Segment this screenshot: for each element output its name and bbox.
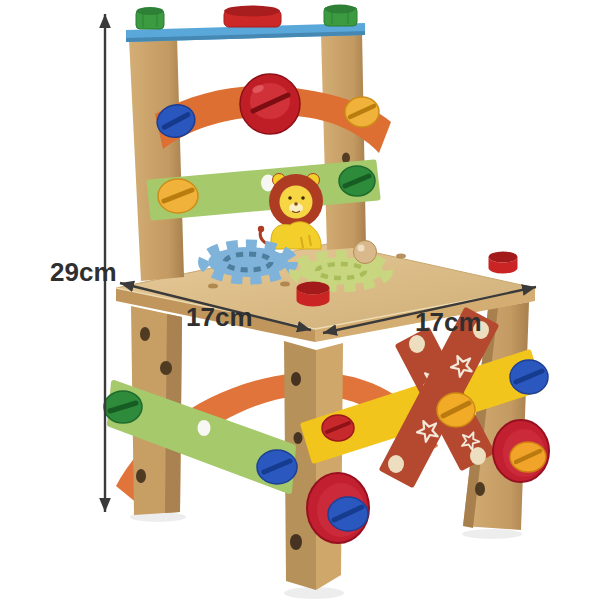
shadow	[462, 529, 522, 539]
blue-bolt	[257, 450, 297, 484]
red-knob-right	[489, 252, 518, 274]
seat-left-dimension-label: 17cm	[186, 302, 253, 332]
green-bolt	[104, 391, 142, 423]
plank-hole	[198, 420, 211, 436]
blue-gear	[203, 245, 293, 280]
wooden-ball	[354, 241, 377, 264]
product-photo: 29cm 17cm 17cm	[0, 0, 600, 600]
right-post	[321, 31, 366, 250]
product-photo-stage: 29cm 17cm 17cm	[0, 0, 600, 600]
yellow-bolt	[437, 393, 475, 427]
height-dimension-label: 29cm	[50, 257, 117, 287]
green-nut	[136, 7, 164, 29]
green-bolt	[339, 166, 375, 196]
red-bolt	[322, 415, 354, 441]
blue-bolt	[510, 360, 548, 394]
chair-backrest	[126, 5, 391, 282]
big-red-screw	[240, 74, 300, 134]
seat-right-dimension-label: 17cm	[415, 307, 482, 337]
yellow-bolt	[158, 179, 198, 213]
red-wheel-front	[307, 473, 369, 543]
red-wheel-right	[493, 420, 549, 482]
seat-hole	[208, 284, 218, 289]
yellow-bolt	[345, 97, 379, 127]
red-knob-top	[224, 6, 281, 28]
seat-hole	[280, 282, 290, 287]
green-nut	[324, 5, 357, 27]
seat-hole	[396, 254, 406, 259]
red-knob-front	[297, 282, 330, 307]
left-post	[129, 36, 184, 281]
